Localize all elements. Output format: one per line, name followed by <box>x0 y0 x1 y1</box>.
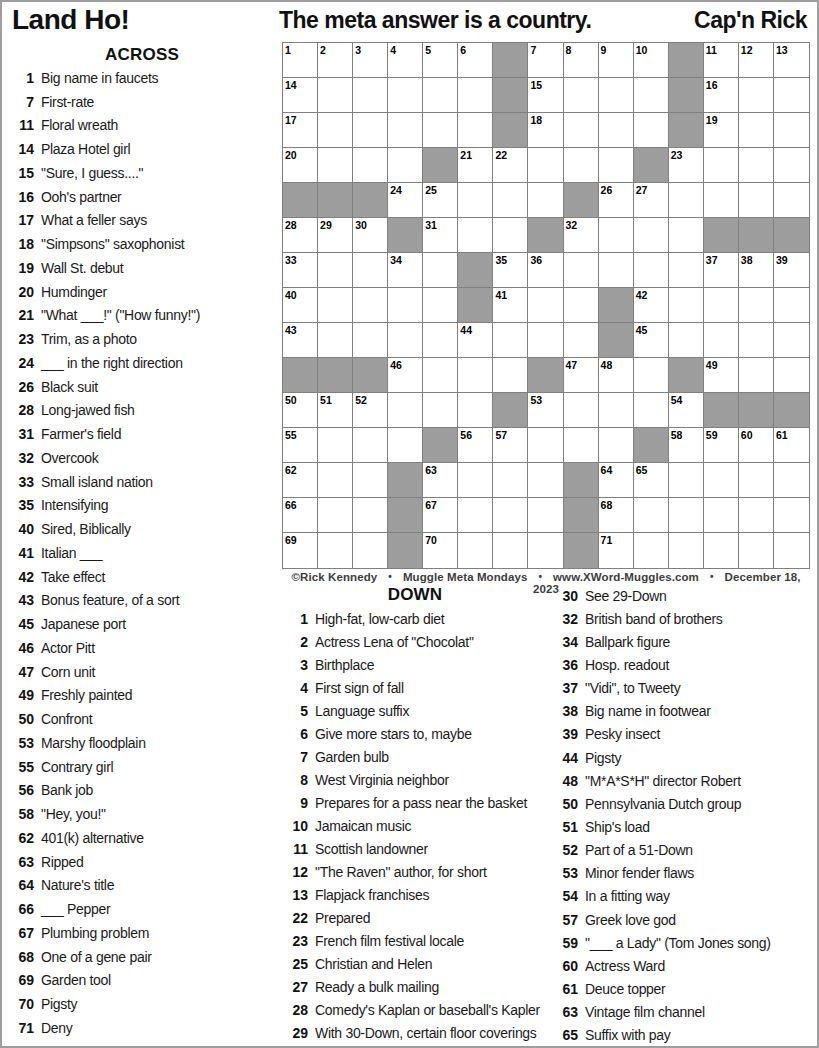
grid-cell[interactable] <box>353 148 388 183</box>
grid-cell[interactable] <box>669 183 704 218</box>
grid-cell[interactable] <box>739 463 774 498</box>
grid-cell[interactable]: 7 <box>528 43 563 78</box>
grid-cell[interactable] <box>774 78 809 113</box>
grid-cell[interactable]: 10 <box>634 43 669 78</box>
clue-text: High-fat, low-carb diet <box>315 611 444 627</box>
clue-number: 6 <box>284 726 308 742</box>
bullet-separator: • <box>388 571 392 582</box>
clue-item: 23French film festival locale <box>284 930 554 953</box>
clue-item: 36Hosp. readout <box>554 653 818 676</box>
clue-number: 42 <box>10 569 34 585</box>
grid-cell[interactable] <box>739 183 774 218</box>
cell-number: 23 <box>671 149 683 161</box>
cell-number: 49 <box>706 359 718 371</box>
grid-cell[interactable]: 32 <box>564 218 599 253</box>
grid-cell[interactable]: 14 <box>283 78 318 113</box>
grid-cell[interactable]: 4 <box>388 43 423 78</box>
grid-cell[interactable]: 20 <box>283 148 318 183</box>
grid-cell[interactable] <box>458 393 493 428</box>
grid-cell[interactable]: 23 <box>669 148 704 183</box>
grid-cell[interactable] <box>388 148 423 183</box>
clue-number: 11 <box>284 841 308 857</box>
grid-cell[interactable]: 42 <box>634 288 669 323</box>
grid-cell[interactable] <box>528 498 563 533</box>
grid-cell[interactable] <box>774 463 809 498</box>
clue-text: Humdinger <box>41 284 107 300</box>
grid-cell[interactable] <box>528 183 563 218</box>
grid-cell[interactable]: 1 <box>283 43 318 78</box>
grid-cell[interactable] <box>528 148 563 183</box>
block-cell <box>774 393 809 428</box>
clue-number: 48 <box>554 773 578 789</box>
grid-cell[interactable] <box>353 498 388 533</box>
grid-cell[interactable]: 22 <box>493 148 528 183</box>
grid-cell[interactable] <box>353 253 388 288</box>
clue-text: Ship's load <box>585 819 650 835</box>
block-cell <box>599 323 634 358</box>
clue-item: 6Give more stars to, maybe <box>284 722 554 745</box>
cell-number: 28 <box>285 219 297 231</box>
grid-cell[interactable] <box>388 288 423 323</box>
clue-number: 70 <box>10 996 34 1012</box>
grid-cell[interactable] <box>353 323 388 358</box>
grid-cell[interactable] <box>493 498 528 533</box>
cell-number: 66 <box>285 499 297 511</box>
cell-number: 61 <box>776 429 788 441</box>
grid-cell[interactable] <box>423 113 458 148</box>
grid-cell[interactable]: 2 <box>318 43 353 78</box>
clue-item: 50Confront <box>10 707 276 731</box>
grid-cell[interactable] <box>564 78 599 113</box>
grid-cell[interactable] <box>704 533 739 568</box>
grid-cell[interactable]: 63 <box>423 463 458 498</box>
grid-cell[interactable]: 11 <box>704 43 739 78</box>
cell-number: 2 <box>320 44 326 56</box>
grid-cell[interactable]: 13 <box>774 43 809 78</box>
grid-cell[interactable] <box>739 358 774 393</box>
bullet-separator: • <box>710 571 714 582</box>
clue-item: 56Bank job <box>10 779 276 803</box>
grid-cell[interactable] <box>423 323 458 358</box>
grid-cell[interactable] <box>774 533 809 568</box>
clue-number: 65 <box>554 1027 578 1043</box>
grid-cell[interactable] <box>388 78 423 113</box>
grid-cell[interactable]: 43 <box>283 323 318 358</box>
cell-number: 41 <box>495 289 507 301</box>
clue-text: Vintage film channel <box>585 1004 705 1020</box>
grid-cell[interactable] <box>669 498 704 533</box>
grid-cell[interactable] <box>318 498 353 533</box>
clue-text: Pigsty <box>41 996 77 1012</box>
clue-item: 14Plaza Hotel girl <box>10 137 276 161</box>
grid-cell[interactable]: 70 <box>423 533 458 568</box>
grid-cell[interactable]: 33 <box>283 253 318 288</box>
grid-cell[interactable] <box>388 393 423 428</box>
grid-cell[interactable]: 55 <box>283 428 318 463</box>
grid-cell[interactable] <box>353 428 388 463</box>
grid-cell[interactable] <box>634 358 669 393</box>
grid-cell[interactable] <box>669 323 704 358</box>
grid-cell[interactable]: 58 <box>669 428 704 463</box>
grid-cell[interactable]: 6 <box>458 43 493 78</box>
grid-cell[interactable] <box>774 323 809 358</box>
grid-cell[interactable] <box>318 148 353 183</box>
grid-cell[interactable] <box>458 183 493 218</box>
grid-cell[interactable] <box>739 533 774 568</box>
clue-item: 13Flapjack franchises <box>284 884 554 907</box>
block-cell <box>423 148 458 183</box>
block-cell <box>353 358 388 393</box>
grid-cell[interactable] <box>669 253 704 288</box>
clue-item: 8West Virginia neighbor <box>284 768 554 791</box>
grid-cell[interactable] <box>704 148 739 183</box>
grid-cell[interactable] <box>458 533 493 568</box>
grid-cell[interactable] <box>634 533 669 568</box>
grid-cell[interactable] <box>669 533 704 568</box>
grid-cell[interactable]: 47 <box>564 358 599 393</box>
grid-cell[interactable] <box>353 78 388 113</box>
block-cell <box>669 113 704 148</box>
grid-cell[interactable]: 24 <box>388 183 423 218</box>
clue-text: With 30-Down, certain floor coverings <box>315 1025 537 1041</box>
grid-cell[interactable]: 68 <box>599 498 634 533</box>
grid-cell[interactable]: 37 <box>704 253 739 288</box>
grid-cell[interactable]: 18 <box>528 113 563 148</box>
grid-cell[interactable]: 3 <box>353 43 388 78</box>
grid-cell[interactable]: 54 <box>669 393 704 428</box>
grid-cell[interactable] <box>528 428 563 463</box>
clue-number: 50 <box>554 796 578 812</box>
cell-number: 3 <box>355 44 361 56</box>
clue-item: 43Bonus feature, of a sort <box>10 589 276 613</box>
grid-cell[interactable]: 40 <box>283 288 318 323</box>
grid-cell[interactable] <box>774 358 809 393</box>
grid-cell[interactable]: 61 <box>774 428 809 463</box>
cell-number: 27 <box>636 184 648 196</box>
grid-cell[interactable]: 48 <box>599 358 634 393</box>
grid-cell[interactable]: 16 <box>704 78 739 113</box>
clue-number: 57 <box>554 912 578 928</box>
grid-cell[interactable]: 5 <box>423 43 458 78</box>
clue-number: 1 <box>10 70 34 86</box>
grid-cell[interactable] <box>634 393 669 428</box>
grid-cell[interactable] <box>669 288 704 323</box>
grid-cell[interactable] <box>318 428 353 463</box>
clue-item: 19Wall St. debut <box>10 256 276 280</box>
grid-cell[interactable] <box>528 533 563 568</box>
clue-text: Suffix with pay <box>585 1027 671 1043</box>
grid-cell[interactable] <box>318 113 353 148</box>
clue-number: 24 <box>10 355 34 371</box>
grid-cell[interactable]: 36 <box>528 253 563 288</box>
grid-cell[interactable] <box>353 533 388 568</box>
grid-cell[interactable]: 57 <box>493 428 528 463</box>
grid-cell[interactable]: 60 <box>739 428 774 463</box>
grid-cell[interactable] <box>704 323 739 358</box>
grid-cell[interactable] <box>458 113 493 148</box>
clue-item: 22Prepared <box>284 907 554 930</box>
block-cell <box>774 218 809 253</box>
grid-cell[interactable]: 39 <box>774 253 809 288</box>
clue-number: 40 <box>10 521 34 537</box>
grid-cell[interactable] <box>318 533 353 568</box>
grid-cell[interactable] <box>704 288 739 323</box>
grid-cell[interactable]: 8 <box>564 43 599 78</box>
cell-number: 26 <box>601 184 613 196</box>
cell-number: 71 <box>601 534 613 546</box>
clue-item: 30See 29-Down <box>554 584 818 607</box>
clue-text: Sired, Biblically <box>41 521 131 537</box>
grid-cell[interactable]: 66 <box>283 498 318 533</box>
grid-cell[interactable] <box>493 533 528 568</box>
clue-number: 3 <box>284 657 308 673</box>
grid-cell[interactable]: 19 <box>704 113 739 148</box>
grid-cell[interactable]: 64 <box>599 463 634 498</box>
grid-cell[interactable] <box>739 323 774 358</box>
cell-number: 14 <box>285 79 297 91</box>
cell-number: 21 <box>460 149 472 161</box>
grid-cell[interactable]: 15 <box>528 78 563 113</box>
grid-cell[interactable]: 21 <box>458 148 493 183</box>
grid-cell[interactable]: 62 <box>283 463 318 498</box>
clue-number: 62 <box>10 830 34 846</box>
grid-cell[interactable] <box>318 78 353 113</box>
grid-cell[interactable]: 51 <box>318 393 353 428</box>
grid-cell[interactable] <box>493 218 528 253</box>
grid-cell[interactable]: 34 <box>388 253 423 288</box>
grid-cell[interactable] <box>634 498 669 533</box>
block-cell <box>388 533 423 568</box>
clue-item: 62401(k) alternative <box>10 826 276 850</box>
clue-item: 66___ Pepper <box>10 897 276 921</box>
clue-text: Ooh's partner <box>41 189 121 205</box>
grid-cell[interactable] <box>493 323 528 358</box>
grid-cell[interactable] <box>458 498 493 533</box>
grid-cell[interactable] <box>634 253 669 288</box>
cell-number: 38 <box>741 254 753 266</box>
grid-cell[interactable] <box>634 113 669 148</box>
grid-cell[interactable] <box>599 253 634 288</box>
grid-cell[interactable]: 71 <box>599 533 634 568</box>
cell-number: 69 <box>285 534 297 546</box>
grid-cell[interactable]: 17 <box>283 113 318 148</box>
grid-cell[interactable] <box>564 323 599 358</box>
down-header: DOWN <box>284 585 546 605</box>
clue-number: 9 <box>284 795 308 811</box>
grid-cell[interactable]: 30 <box>353 218 388 253</box>
grid-cell[interactable] <box>423 358 458 393</box>
clue-text: ___ in the right direction <box>41 355 183 371</box>
grid-cell[interactable] <box>493 358 528 393</box>
footer-item: www.XWord-Muggles.com <box>553 571 699 583</box>
clue-number: 15 <box>10 165 34 181</box>
grid-cell[interactable]: 67 <box>423 498 458 533</box>
grid-cell[interactable] <box>318 253 353 288</box>
clue-number: 39 <box>554 726 578 742</box>
grid-cell[interactable]: 59 <box>704 428 739 463</box>
grid-cell[interactable] <box>704 183 739 218</box>
cell-number: 7 <box>530 44 536 56</box>
grid-cell[interactable] <box>353 463 388 498</box>
grid-cell[interactable] <box>458 218 493 253</box>
clue-text: Take effect <box>41 569 105 585</box>
clue-text: "___ a Lady" (Tom Jones song) <box>585 935 771 951</box>
grid-cell[interactable] <box>704 498 739 533</box>
grid-cell[interactable]: 28 <box>283 218 318 253</box>
grid-cell[interactable] <box>493 463 528 498</box>
grid-cell[interactable] <box>458 358 493 393</box>
grid-cell[interactable] <box>458 463 493 498</box>
grid-cell[interactable] <box>318 288 353 323</box>
grid-cell[interactable] <box>599 113 634 148</box>
grid-cell[interactable] <box>318 323 353 358</box>
clue-item: 7First-rate <box>10 90 276 114</box>
clue-text: Pesky insect <box>585 726 660 742</box>
grid-cell[interactable]: 52 <box>353 393 388 428</box>
grid-cell[interactable] <box>774 113 809 148</box>
clue-item: 37"Vidi", to Tweety <box>554 677 818 700</box>
clue-item: 21"What ___!" ("How funny!") <box>10 304 276 328</box>
clue-text: Christian and Helen <box>315 956 432 972</box>
grid-cell[interactable]: 44 <box>458 323 493 358</box>
clue-text: Ballpark figure <box>585 634 670 650</box>
grid-cell[interactable] <box>739 498 774 533</box>
grid-cell[interactable] <box>704 463 739 498</box>
grid-cell[interactable]: 56 <box>458 428 493 463</box>
grid-cell[interactable]: 49 <box>704 358 739 393</box>
grid-cell[interactable]: 27 <box>634 183 669 218</box>
clue-number: 61 <box>554 981 578 997</box>
clue-item: 46Actor Pitt <box>10 636 276 660</box>
grid-cell[interactable] <box>774 148 809 183</box>
cell-number: 51 <box>320 394 332 406</box>
grid-cell[interactable] <box>564 428 599 463</box>
grid-cell[interactable] <box>528 323 563 358</box>
clue-text: Contrary girl <box>41 759 113 775</box>
clue-number: 46 <box>10 640 34 656</box>
grid-cell[interactable]: 41 <box>493 288 528 323</box>
across-header: ACROSS <box>10 45 274 65</box>
grid-cell[interactable] <box>599 218 634 253</box>
grid-cell[interactable] <box>528 288 563 323</box>
grid-cell[interactable]: 31 <box>423 218 458 253</box>
grid-cell[interactable] <box>493 183 528 218</box>
clue-number: 31 <box>10 426 34 442</box>
clue-number: 32 <box>554 611 578 627</box>
grid-cell[interactable] <box>564 288 599 323</box>
grid-cell[interactable] <box>564 253 599 288</box>
cell-number: 36 <box>530 254 542 266</box>
clue-number: 22 <box>284 910 308 926</box>
grid-cell[interactable] <box>564 148 599 183</box>
grid-cell[interactable] <box>669 218 704 253</box>
grid-cell[interactable] <box>528 463 563 498</box>
grid-cell[interactable] <box>739 78 774 113</box>
clue-item: 48"M*A*S*H" director Robert <box>554 769 818 792</box>
clue-item: 41Italian ___ <box>10 541 276 565</box>
clue-number: 29 <box>284 1025 308 1041</box>
grid-cell[interactable] <box>599 428 634 463</box>
grid-cell[interactable]: 29 <box>318 218 353 253</box>
cell-number: 60 <box>741 429 753 441</box>
puzzle-title: Land Ho! <box>12 4 129 36</box>
cell-number: 56 <box>460 429 472 441</box>
grid-cell[interactable] <box>774 183 809 218</box>
grid-cell[interactable] <box>739 113 774 148</box>
grid-cell[interactable]: 53 <box>528 393 563 428</box>
grid-cell[interactable]: 45 <box>634 323 669 358</box>
clue-item: 57Greek love god <box>554 908 818 931</box>
grid-cell[interactable] <box>739 288 774 323</box>
grid-cell[interactable]: 65 <box>634 463 669 498</box>
grid-cell[interactable] <box>388 323 423 358</box>
clue-item: 60Actress Ward <box>554 954 818 977</box>
grid-cell[interactable]: 69 <box>283 533 318 568</box>
grid-cell[interactable] <box>458 78 493 113</box>
grid-cell[interactable] <box>423 78 458 113</box>
grid-cell[interactable] <box>774 498 809 533</box>
grid-cell[interactable]: 35 <box>493 253 528 288</box>
grid-cell[interactable] <box>774 288 809 323</box>
grid-cell[interactable] <box>423 288 458 323</box>
block-cell <box>283 183 318 218</box>
grid-cell[interactable] <box>669 463 704 498</box>
clue-text: See 29-Down <box>585 588 667 604</box>
cell-number: 4 <box>390 44 396 56</box>
cell-number: 1 <box>285 44 291 56</box>
clue-number: 4 <box>284 680 308 696</box>
grid-cell[interactable] <box>599 78 634 113</box>
grid-cell[interactable] <box>634 218 669 253</box>
clue-text: One of a gene pair <box>41 949 152 965</box>
cell-number: 22 <box>495 149 507 161</box>
grid-cell[interactable] <box>353 113 388 148</box>
block-cell <box>599 288 634 323</box>
grid-cell[interactable]: 38 <box>739 253 774 288</box>
clue-number: 71 <box>10 1020 34 1036</box>
clue-number: 69 <box>10 972 34 988</box>
cell-number: 31 <box>425 219 437 231</box>
crossword-grid[interactable]: 1234567891011121314151617181920212223242… <box>282 42 810 569</box>
grid-cell[interactable] <box>564 393 599 428</box>
grid-cell[interactable] <box>318 463 353 498</box>
grid-cell[interactable] <box>599 393 634 428</box>
grid-cell[interactable] <box>388 113 423 148</box>
grid-cell[interactable]: 12 <box>739 43 774 78</box>
clue-number: 68 <box>10 949 34 965</box>
grid-cell[interactable]: 50 <box>283 393 318 428</box>
block-cell <box>423 428 458 463</box>
block-cell <box>669 78 704 113</box>
grid-cell[interactable]: 9 <box>599 43 634 78</box>
grid-cell[interactable]: 25 <box>423 183 458 218</box>
grid-cell[interactable] <box>634 78 669 113</box>
clue-item: 1Big name in faucets <box>10 66 276 90</box>
grid-cell[interactable] <box>423 393 458 428</box>
grid-cell[interactable]: 26 <box>599 183 634 218</box>
grid-cell[interactable] <box>739 148 774 183</box>
clue-item: 39Pesky insect <box>554 723 818 746</box>
grid-cell[interactable] <box>388 428 423 463</box>
grid-cell[interactable] <box>599 148 634 183</box>
grid-cell[interactable] <box>564 113 599 148</box>
grid-cell[interactable]: 46 <box>388 358 423 393</box>
cell-number: 48 <box>601 359 613 371</box>
grid-cell[interactable] <box>423 253 458 288</box>
block-cell <box>564 463 599 498</box>
grid-cell[interactable] <box>353 288 388 323</box>
block-cell <box>493 393 528 428</box>
